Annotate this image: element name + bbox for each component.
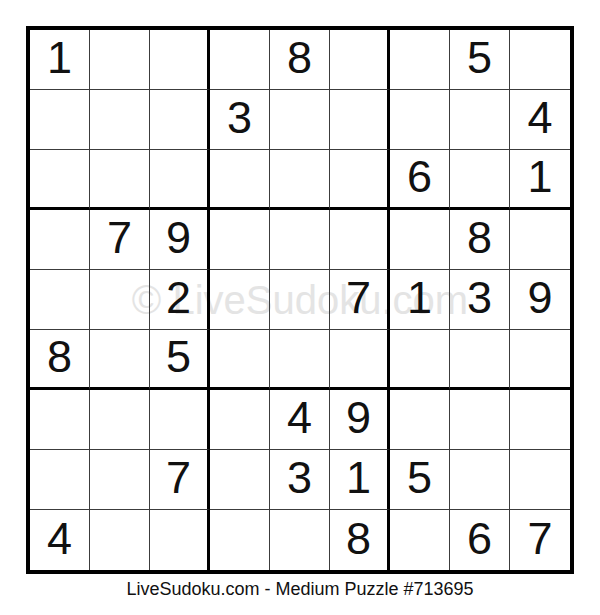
cell-r8c1[interactable] — [30, 450, 90, 510]
given-digit: 8 — [467, 215, 492, 264]
given-digit: 4 — [47, 516, 72, 565]
given-digit: 1 — [346, 455, 371, 504]
cell-r7c6[interactable]: 9 — [330, 390, 390, 450]
given-digit: 8 — [47, 334, 72, 383]
cell-r3c9[interactable]: 1 — [510, 150, 570, 210]
cell-r1c2[interactable] — [90, 30, 150, 90]
cell-r7c3[interactable] — [150, 390, 210, 450]
cell-r3c8[interactable] — [450, 150, 510, 210]
cell-r8c7[interactable]: 5 — [390, 450, 450, 510]
cell-r6c2[interactable] — [90, 330, 150, 390]
cell-r7c4[interactable] — [210, 390, 270, 450]
cell-r6c9[interactable] — [510, 330, 570, 390]
given-digit: 4 — [527, 95, 552, 144]
cell-r4c7[interactable] — [390, 210, 450, 270]
cell-r9c8[interactable]: 6 — [450, 510, 510, 570]
cell-r5c8[interactable]: 3 — [450, 270, 510, 330]
cell-r9c1[interactable]: 4 — [30, 510, 90, 570]
cell-r1c8[interactable]: 5 — [450, 30, 510, 90]
cell-r1c9[interactable] — [510, 30, 570, 90]
cell-r6c3[interactable]: 5 — [150, 330, 210, 390]
given-digit: 1 — [47, 35, 72, 84]
given-digit: 5 — [407, 455, 432, 504]
cell-r5c3[interactable]: 2 — [150, 270, 210, 330]
cell-r8c3[interactable]: 7 — [150, 450, 210, 510]
given-digit: 3 — [287, 455, 312, 504]
cell-r5c6[interactable]: 7 — [330, 270, 390, 330]
cell-r5c7[interactable]: 1 — [390, 270, 450, 330]
cell-r6c8[interactable] — [450, 330, 510, 390]
cell-r7c8[interactable] — [450, 390, 510, 450]
cell-r7c7[interactable] — [390, 390, 450, 450]
cell-r9c6[interactable]: 8 — [330, 510, 390, 570]
given-digit: 2 — [166, 275, 191, 324]
cell-r1c5[interactable]: 8 — [270, 30, 330, 90]
given-digit: 3 — [227, 95, 252, 144]
cell-r1c1[interactable]: 1 — [30, 30, 90, 90]
cell-r8c2[interactable] — [90, 450, 150, 510]
cell-r4c2[interactable]: 7 — [90, 210, 150, 270]
given-digit: 4 — [287, 395, 312, 444]
given-digit: 6 — [467, 516, 492, 565]
cell-r2c2[interactable] — [90, 90, 150, 150]
cell-r7c5[interactable]: 4 — [270, 390, 330, 450]
given-digit: 7 — [166, 455, 191, 504]
cell-r3c2[interactable] — [90, 150, 150, 210]
given-digit: 5 — [467, 35, 492, 84]
cell-r3c3[interactable] — [150, 150, 210, 210]
cell-r2c4[interactable]: 3 — [210, 90, 270, 150]
cell-r4c4[interactable] — [210, 210, 270, 270]
cell-r5c4[interactable] — [210, 270, 270, 330]
cell-r4c8[interactable]: 8 — [450, 210, 510, 270]
cell-r8c6[interactable]: 1 — [330, 450, 390, 510]
given-digit: 8 — [346, 516, 371, 565]
cell-r4c9[interactable] — [510, 210, 570, 270]
given-digit: 7 — [527, 516, 552, 565]
cell-r6c4[interactable] — [210, 330, 270, 390]
puzzle-caption: LiveSudoku.com - Medium Puzzle #713695 — [0, 579, 600, 600]
cell-r1c6[interactable] — [330, 30, 390, 90]
cell-r9c7[interactable] — [390, 510, 450, 570]
cell-r3c4[interactable] — [210, 150, 270, 210]
cell-r2c5[interactable] — [270, 90, 330, 150]
cell-r2c8[interactable] — [450, 90, 510, 150]
cell-r7c1[interactable] — [30, 390, 90, 450]
cell-r6c5[interactable] — [270, 330, 330, 390]
cell-r4c1[interactable] — [30, 210, 90, 270]
cell-r1c7[interactable] — [390, 30, 450, 90]
cell-r2c6[interactable] — [330, 90, 390, 150]
given-digit: 1 — [527, 154, 552, 203]
cell-r8c9[interactable] — [510, 450, 570, 510]
cell-r9c3[interactable] — [150, 510, 210, 570]
cell-r4c6[interactable] — [330, 210, 390, 270]
cell-r2c1[interactable] — [30, 90, 90, 150]
given-digit: 9 — [166, 215, 191, 264]
given-digit: 5 — [166, 334, 191, 383]
cell-r3c7[interactable]: 6 — [390, 150, 450, 210]
given-digit: 7 — [107, 215, 132, 264]
cell-r6c1[interactable]: 8 — [30, 330, 90, 390]
cell-r2c9[interactable]: 4 — [510, 90, 570, 150]
cell-r6c7[interactable] — [390, 330, 450, 390]
given-digit: 7 — [346, 275, 371, 324]
cell-r4c5[interactable] — [270, 210, 330, 270]
cell-r7c9[interactable] — [510, 390, 570, 450]
cell-r9c9[interactable]: 7 — [510, 510, 570, 570]
cell-r5c2[interactable] — [90, 270, 150, 330]
given-digit: 6 — [407, 154, 432, 203]
given-digit: 3 — [467, 275, 492, 324]
given-digit: 8 — [287, 35, 312, 84]
cell-r5c1[interactable] — [30, 270, 90, 330]
cell-r8c4[interactable] — [210, 450, 270, 510]
cell-r1c4[interactable] — [210, 30, 270, 90]
cell-r3c5[interactable] — [270, 150, 330, 210]
cell-r9c5[interactable] — [270, 510, 330, 570]
cell-r3c1[interactable] — [30, 150, 90, 210]
cell-r7c2[interactable] — [90, 390, 150, 450]
cell-r3c6[interactable] — [330, 150, 390, 210]
given-digit: 1 — [407, 275, 432, 324]
sudoku-board: © LiveSudoku.com 18534617982713985497315… — [26, 26, 574, 574]
cell-r5c9[interactable]: 9 — [510, 270, 570, 330]
cell-r4c3[interactable]: 9 — [150, 210, 210, 270]
cell-r2c3[interactable] — [150, 90, 210, 150]
cell-r5c5[interactable] — [270, 270, 330, 330]
sudoku-page: © LiveSudoku.com 18534617982713985497315… — [0, 0, 600, 615]
cell-r1c3[interactable] — [150, 30, 210, 90]
given-digit: 9 — [346, 395, 371, 444]
cell-r8c5[interactable]: 3 — [270, 450, 330, 510]
cell-r8c8[interactable] — [450, 450, 510, 510]
cell-r9c2[interactable] — [90, 510, 150, 570]
given-digit: 9 — [527, 275, 552, 324]
cell-r2c7[interactable] — [390, 90, 450, 150]
cell-r6c6[interactable] — [330, 330, 390, 390]
cell-r9c4[interactable] — [210, 510, 270, 570]
